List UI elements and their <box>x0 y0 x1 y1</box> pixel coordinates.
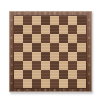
rank-label-right-2: 2 <box>86 70 92 79</box>
square-g6[interactable] <box>68 34 77 43</box>
square-b2[interactable] <box>23 70 32 79</box>
board-squares-grid <box>14 16 86 88</box>
square-f7[interactable] <box>59 25 68 34</box>
square-e4[interactable] <box>50 52 59 61</box>
square-f5[interactable] <box>59 43 68 52</box>
square-e2[interactable] <box>50 70 59 79</box>
square-d3[interactable] <box>41 61 50 70</box>
square-h5[interactable] <box>77 43 86 52</box>
square-f1[interactable] <box>59 79 68 88</box>
square-c6[interactable] <box>32 34 41 43</box>
square-h7[interactable] <box>77 25 86 34</box>
square-g7[interactable] <box>68 25 77 34</box>
square-h3[interactable] <box>77 61 86 70</box>
square-a4[interactable] <box>14 52 23 61</box>
square-e7[interactable] <box>50 25 59 34</box>
square-g1[interactable] <box>68 79 77 88</box>
square-g5[interactable] <box>68 43 77 52</box>
file-labels-bottom: abcdefgh <box>14 88 86 92</box>
rank-label-right-7: 7 <box>86 25 92 34</box>
square-d6[interactable] <box>41 34 50 43</box>
rank-label-right-4: 4 <box>86 52 92 61</box>
square-g2[interactable] <box>68 70 77 79</box>
square-h1[interactable] <box>77 79 86 88</box>
square-c2[interactable] <box>32 70 41 79</box>
file-label-bottom-f: f <box>59 88 68 92</box>
square-e6[interactable] <box>50 34 59 43</box>
square-d1[interactable] <box>41 79 50 88</box>
square-c8[interactable] <box>32 16 41 25</box>
rank-labels-right: 87654321 <box>86 16 92 88</box>
square-f2[interactable] <box>59 70 68 79</box>
square-b4[interactable] <box>23 52 32 61</box>
rank-label-right-8: 8 <box>86 16 92 25</box>
square-a1[interactable] <box>14 79 23 88</box>
file-label-bottom-h: h <box>77 88 86 92</box>
square-c7[interactable] <box>32 25 41 34</box>
file-label-bottom-a: a <box>14 88 23 92</box>
square-c3[interactable] <box>32 61 41 70</box>
rank-label-right-6: 6 <box>86 34 92 43</box>
square-c4[interactable] <box>32 52 41 61</box>
square-d4[interactable] <box>41 52 50 61</box>
square-a6[interactable] <box>14 34 23 43</box>
square-a7[interactable] <box>14 25 23 34</box>
file-label-bottom-c: c <box>32 88 41 92</box>
square-c1[interactable] <box>32 79 41 88</box>
square-f4[interactable] <box>59 52 68 61</box>
square-d5[interactable] <box>41 43 50 52</box>
square-b8[interactable] <box>23 16 32 25</box>
square-b5[interactable] <box>23 43 32 52</box>
square-c5[interactable] <box>32 43 41 52</box>
product-photo-background: abcdefgh abcdefgh 87654321 87654321 <box>0 0 100 100</box>
rank-label-right-5: 5 <box>86 43 92 52</box>
square-b7[interactable] <box>23 25 32 34</box>
square-g8[interactable] <box>68 16 77 25</box>
square-d2[interactable] <box>41 70 50 79</box>
square-b1[interactable] <box>23 79 32 88</box>
square-d8[interactable] <box>41 16 50 25</box>
square-a5[interactable] <box>14 43 23 52</box>
square-h2[interactable] <box>77 70 86 79</box>
square-h8[interactable] <box>77 16 86 25</box>
square-f8[interactable] <box>59 16 68 25</box>
square-e5[interactable] <box>50 43 59 52</box>
file-label-bottom-d: d <box>41 88 50 92</box>
square-h6[interactable] <box>77 34 86 43</box>
square-a2[interactable] <box>14 70 23 79</box>
rank-label-right-3: 3 <box>86 61 92 70</box>
file-label-bottom-b: b <box>23 88 32 92</box>
square-b6[interactable] <box>23 34 32 43</box>
square-a8[interactable] <box>14 16 23 25</box>
file-label-bottom-g: g <box>68 88 77 92</box>
square-a3[interactable] <box>14 61 23 70</box>
square-g4[interactable] <box>68 52 77 61</box>
chess-board: abcdefgh abcdefgh 87654321 87654321 <box>9 11 92 92</box>
square-h4[interactable] <box>77 52 86 61</box>
rank-label-right-1: 1 <box>86 79 92 88</box>
square-e8[interactable] <box>50 16 59 25</box>
square-e3[interactable] <box>50 61 59 70</box>
file-label-bottom-e: e <box>50 88 59 92</box>
square-e1[interactable] <box>50 79 59 88</box>
square-b3[interactable] <box>23 61 32 70</box>
square-g3[interactable] <box>68 61 77 70</box>
square-f3[interactable] <box>59 61 68 70</box>
square-f6[interactable] <box>59 34 68 43</box>
square-d7[interactable] <box>41 25 50 34</box>
